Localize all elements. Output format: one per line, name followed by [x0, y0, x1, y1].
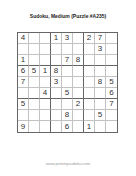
cell-r2c5 — [62, 44, 73, 55]
given-digit: 4 — [43, 89, 47, 97]
given-digit: 5 — [109, 78, 113, 86]
sudoku-board: 4132731786518738545652785961 — [17, 32, 118, 133]
cell-r4c8 — [95, 66, 106, 77]
cell-r9c5: 6 — [62, 121, 73, 132]
given-digit: 6 — [21, 67, 25, 75]
cell-r2c8: 3 — [95, 44, 106, 55]
cell-r6c6 — [73, 88, 84, 99]
given-digit: 2 — [87, 34, 91, 42]
cell-r6c5: 5 — [62, 88, 73, 99]
cell-r9c2 — [29, 121, 40, 132]
cell-r3c8 — [95, 55, 106, 66]
cell-r6c3: 4 — [40, 88, 51, 99]
cell-r9c1: 9 — [18, 121, 29, 132]
cell-r5c4: 3 — [51, 77, 62, 88]
cell-r8c7 — [84, 110, 95, 121]
cell-r9c4 — [51, 121, 62, 132]
cell-r1c7: 2 — [84, 33, 95, 44]
cell-r8c9 — [106, 110, 117, 121]
given-digit: 5 — [21, 100, 25, 108]
cell-r2c3 — [40, 44, 51, 55]
given-digit: 9 — [21, 123, 25, 131]
cell-r5c2 — [29, 77, 40, 88]
given-digit: 5 — [32, 67, 36, 75]
cell-r5c8: 8 — [95, 77, 106, 88]
given-digit: 5 — [65, 89, 69, 97]
cell-r6c2 — [29, 88, 40, 99]
cell-r1c5: 3 — [62, 33, 73, 44]
cell-r7c2 — [29, 99, 40, 110]
cell-r8c8: 5 — [95, 110, 106, 121]
cell-r4c7 — [84, 66, 95, 77]
cell-r6c8 — [95, 88, 106, 99]
cell-r5c9: 5 — [106, 77, 117, 88]
given-digit: 1 — [21, 56, 25, 64]
cell-r1c6 — [73, 33, 84, 44]
cell-r2c7 — [84, 44, 95, 55]
cell-r2c2 — [29, 44, 40, 55]
given-digit: 7 — [98, 34, 102, 42]
cell-r6c1 — [18, 88, 29, 99]
cell-r5c3 — [40, 77, 51, 88]
cell-r9c6 — [73, 121, 84, 132]
given-digit: 1 — [43, 67, 47, 75]
cell-r7c8 — [95, 99, 106, 110]
cell-r6c7 — [84, 88, 95, 99]
cell-r9c9 — [106, 121, 117, 132]
cell-r9c7: 1 — [84, 121, 95, 132]
cell-r7c1: 5 — [18, 99, 29, 110]
given-digit: 7 — [109, 100, 113, 108]
given-digit: 1 — [54, 34, 58, 42]
cell-r2c1 — [18, 44, 29, 55]
given-digit: 6 — [65, 123, 69, 131]
given-digit: 7 — [21, 78, 25, 86]
cell-r1c8: 7 — [95, 33, 106, 44]
cell-r5c1: 7 — [18, 77, 29, 88]
cell-r7c6: 2 — [73, 99, 84, 110]
given-digit: 3 — [65, 34, 69, 42]
given-digit: 2 — [76, 100, 80, 108]
cell-r1c3 — [40, 33, 51, 44]
cell-r8c3 — [40, 110, 51, 121]
given-digit: 3 — [98, 45, 102, 53]
cell-r8c2 — [29, 110, 40, 121]
cell-r7c9: 7 — [106, 99, 117, 110]
given-digit: 6 — [109, 89, 113, 97]
cell-r1c2 — [29, 33, 40, 44]
cell-r1c4: 1 — [51, 33, 62, 44]
cell-r5c7 — [84, 77, 95, 88]
cell-r3c4 — [51, 55, 62, 66]
cell-r1c1: 4 — [18, 33, 29, 44]
cell-r6c4 — [51, 88, 62, 99]
cell-r9c8 — [95, 121, 106, 132]
given-digit: 1 — [87, 123, 91, 131]
cell-r3c2 — [29, 55, 40, 66]
cell-r8c6 — [73, 110, 84, 121]
cell-r4c5 — [62, 66, 73, 77]
cell-r4c9 — [106, 66, 117, 77]
given-digit: 5 — [98, 111, 102, 119]
cell-r7c7 — [84, 99, 95, 110]
cell-r3c7 — [84, 55, 95, 66]
cell-r4c6 — [73, 66, 84, 77]
cell-r3c5: 7 — [62, 55, 73, 66]
cell-r5c6 — [73, 77, 84, 88]
cell-r9c3 — [40, 121, 51, 132]
footer-url: www.printmysudoku.com — [0, 161, 136, 166]
cell-r7c5 — [62, 99, 73, 110]
cell-r3c9 — [106, 55, 117, 66]
cell-r4c1: 6 — [18, 66, 29, 77]
given-digit: 8 — [98, 78, 102, 86]
given-digit: 3 — [54, 78, 58, 86]
cell-r2c4 — [51, 44, 62, 55]
cell-r8c5: 8 — [62, 110, 73, 121]
cell-r4c4: 8 — [51, 66, 62, 77]
cell-r3c3 — [40, 55, 51, 66]
cell-r7c3 — [40, 99, 51, 110]
puzzle-title: Sudoku, Medium (Puzzle #A235) — [0, 13, 136, 19]
cell-r3c1: 1 — [18, 55, 29, 66]
cell-r2c6 — [73, 44, 84, 55]
cell-r5c5 — [62, 77, 73, 88]
given-digit: 4 — [21, 34, 25, 42]
given-digit: 8 — [76, 56, 80, 64]
cell-r2c9 — [106, 44, 117, 55]
given-digit: 7 — [65, 56, 69, 64]
cell-r8c4 — [51, 110, 62, 121]
cell-r3c6: 8 — [73, 55, 84, 66]
cell-r6c9: 6 — [106, 88, 117, 99]
cell-r8c1 — [18, 110, 29, 121]
cell-r1c9 — [106, 33, 117, 44]
cell-r4c2: 5 — [29, 66, 40, 77]
given-digit: 8 — [54, 67, 58, 75]
cell-r7c4 — [51, 99, 62, 110]
given-digit: 8 — [65, 111, 69, 119]
cell-r4c3: 1 — [40, 66, 51, 77]
